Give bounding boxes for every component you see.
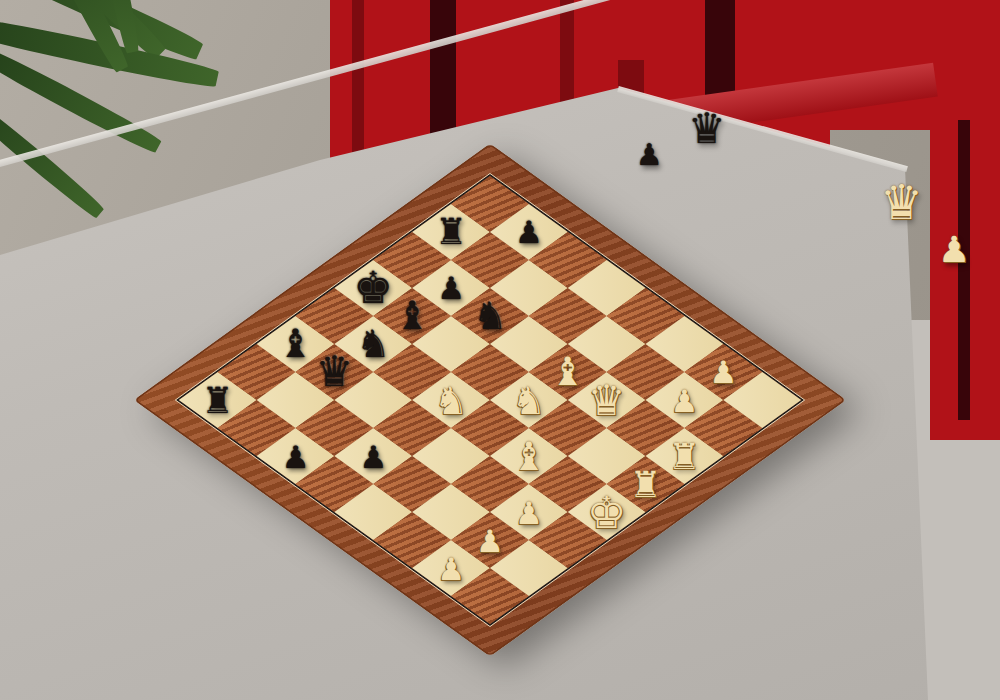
offboard-black-pawn[interactable]: ♟	[636, 140, 663, 170]
square-a6[interactable]: ♟	[257, 428, 335, 484]
square-a8[interactable]: ♜	[179, 372, 257, 428]
offboard-white-queen[interactable]: ♛	[880, 178, 923, 226]
white-pawn-h2[interactable]: ♟	[696, 344, 751, 399]
white-bishop-d3[interactable]: ♝	[501, 429, 556, 484]
square-f3[interactable]: ♛	[568, 372, 646, 428]
white-rook-f1[interactable]: ♜	[657, 429, 712, 484]
black-pawn-a6[interactable]: ♟	[268, 429, 323, 484]
offboard-white-pawn[interactable]: ♟	[938, 232, 970, 268]
square-b5[interactable]: ♟	[334, 428, 412, 484]
cabinet-leg-slot	[958, 120, 970, 420]
square-d3[interactable]: ♝	[490, 428, 568, 484]
offboard-black-queen[interactable]: ♛	[688, 108, 726, 150]
white-knight-d5[interactable]: ♞	[424, 372, 479, 427]
square-g8[interactable]: ♜	[412, 204, 490, 260]
black-rook-g8[interactable]: ♜	[424, 204, 479, 259]
white-pawn-c2[interactable]: ♟	[501, 485, 556, 540]
black-pawn-b5[interactable]: ♟	[346, 429, 401, 484]
square-c2[interactable]: ♟	[490, 484, 568, 540]
cabinet-door-slot	[430, 0, 456, 150]
square-d5[interactable]: ♞	[412, 372, 490, 428]
black-knight-f6[interactable]: ♞	[463, 288, 518, 343]
square-f1[interactable]: ♜	[646, 428, 724, 484]
white-queen-f3[interactable]: ♛	[579, 372, 634, 427]
black-rook-a8[interactable]: ♜	[190, 372, 245, 427]
square-h2[interactable]: ♟	[684, 344, 762, 400]
black-pawn-h7[interactable]: ♟	[501, 204, 556, 259]
square-h7[interactable]: ♟	[490, 204, 568, 260]
square-f6[interactable]: ♞	[451, 288, 529, 344]
